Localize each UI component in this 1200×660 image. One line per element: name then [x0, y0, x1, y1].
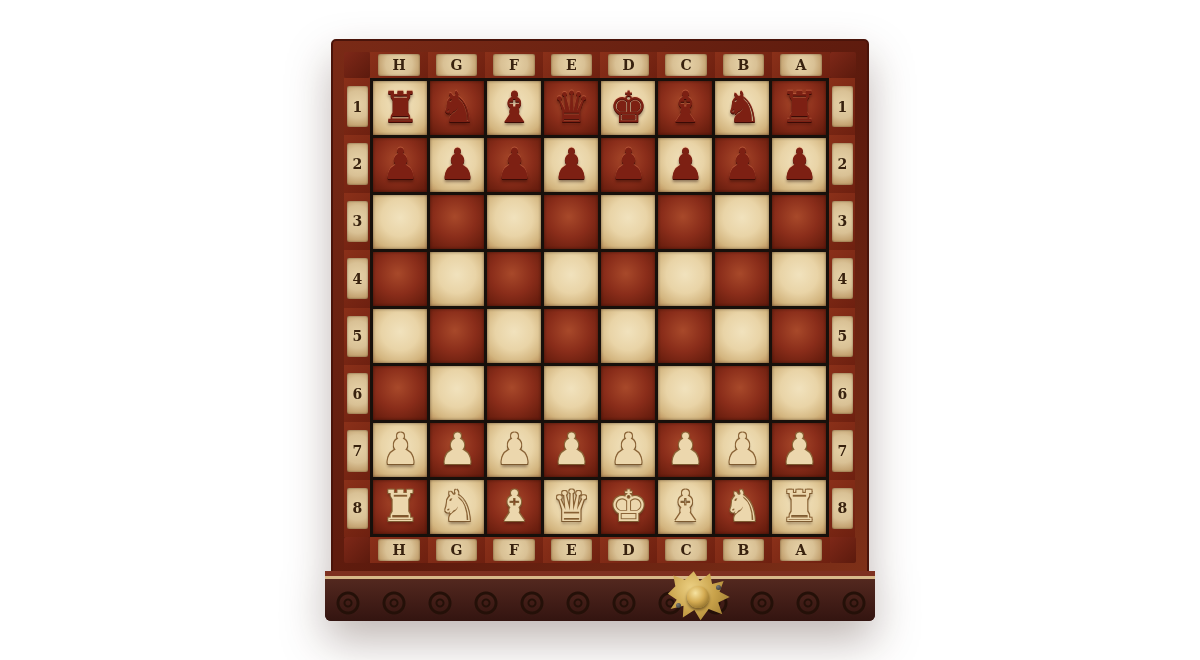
- coord-glyph: 6: [832, 373, 854, 414]
- square-h7[interactable]: ♟: [373, 423, 427, 477]
- square-g4[interactable]: [430, 252, 484, 306]
- coord-glyph: 4: [832, 258, 854, 299]
- coord-glyph: F: [493, 54, 534, 76]
- carved-box-side: [325, 576, 874, 621]
- rank-labels-left: 12345678: [344, 78, 370, 537]
- file-labels-bottom: HGFEDCBA: [344, 537, 855, 563]
- square-b4[interactable]: [715, 252, 769, 306]
- border-corner: [830, 537, 856, 563]
- piece-red-pawn: ♟: [438, 143, 477, 186]
- photo-background: HGFEDCBA 12345678 ♜♞♝♛♚♝♞♜♟♟♟♟♟♟♟♟♟♟♟♟♟♟…: [0, 0, 1200, 660]
- clasp-screw: [676, 603, 681, 608]
- piece-red-pawn: ♟: [609, 143, 648, 186]
- rank-label-2-left: 2: [344, 135, 370, 192]
- square-h1[interactable]: ♜: [373, 81, 427, 135]
- piece-white-knight: ♞: [723, 485, 762, 528]
- coord-glyph: 7: [347, 430, 369, 471]
- border-corner: [344, 537, 370, 563]
- square-f2[interactable]: ♟: [487, 138, 541, 192]
- piece-white-bishop: ♝: [495, 485, 534, 528]
- square-f8[interactable]: ♝: [487, 480, 541, 534]
- square-e7[interactable]: ♟: [544, 423, 598, 477]
- piece-white-pawn: ♟: [495, 428, 534, 471]
- file-label-f-top: F: [485, 52, 542, 78]
- piece-white-pawn: ♟: [552, 428, 591, 471]
- rank-label-6-left: 6: [344, 365, 370, 422]
- file-label-b-top: B: [715, 52, 772, 78]
- file-label-g-top: G: [428, 52, 485, 78]
- coord-glyph: B: [723, 539, 764, 561]
- coord-glyph: 6: [347, 373, 369, 414]
- board-frame: HGFEDCBA 12345678 ♜♞♝♛♚♝♞♜♟♟♟♟♟♟♟♟♟♟♟♟♟♟…: [331, 39, 868, 576]
- square-f3[interactable]: [487, 195, 541, 249]
- square-g3[interactable]: [430, 195, 484, 249]
- coord-glyph: D: [608, 54, 649, 76]
- square-a4[interactable]: [772, 252, 826, 306]
- file-label-f-bottom: F: [485, 537, 542, 563]
- square-c4[interactable]: [658, 252, 712, 306]
- coord-glyph: C: [665, 539, 706, 561]
- rank-label-1-left: 1: [344, 78, 370, 135]
- square-a3[interactable]: [772, 195, 826, 249]
- coord-glyph: A: [780, 54, 821, 76]
- square-b5[interactable]: [715, 309, 769, 363]
- square-b2[interactable]: ♟: [715, 138, 769, 192]
- piece-red-queen: ♛: [552, 86, 591, 129]
- coord-glyph: 1: [347, 86, 369, 127]
- coord-glyph: E: [551, 539, 592, 561]
- rank-label-3-left: 3: [344, 193, 370, 250]
- square-f4[interactable]: [487, 252, 541, 306]
- square-d3[interactable]: [601, 195, 655, 249]
- file-labels-top: HGFEDCBA: [344, 52, 855, 78]
- coord-glyph: A: [780, 539, 821, 561]
- file-label-b-bottom: B: [715, 537, 772, 563]
- file-label-a-top: A: [772, 52, 829, 78]
- square-h5[interactable]: [373, 309, 427, 363]
- file-label-h-bottom: H: [370, 537, 427, 563]
- square-b8[interactable]: ♞: [715, 480, 769, 534]
- piece-white-pawn: ♟: [723, 428, 762, 471]
- piece-white-pawn: ♟: [666, 428, 705, 471]
- coord-glyph: G: [436, 54, 477, 76]
- square-g5[interactable]: [430, 309, 484, 363]
- square-c3[interactable]: [658, 195, 712, 249]
- rank-label-7-right: 7: [829, 422, 855, 479]
- piece-red-pawn: ♟: [552, 143, 591, 186]
- square-h2[interactable]: ♟: [373, 138, 427, 192]
- square-e6[interactable]: [544, 366, 598, 420]
- piece-white-king: ♚: [609, 485, 648, 528]
- square-e3[interactable]: [544, 195, 598, 249]
- square-g2[interactable]: ♟: [430, 138, 484, 192]
- square-e8[interactable]: ♛: [544, 480, 598, 534]
- rank-label-7-left: 7: [344, 422, 370, 479]
- coord-glyph: 5: [832, 316, 854, 357]
- piece-red-pawn: ♟: [495, 143, 534, 186]
- piece-red-rook: ♜: [780, 86, 819, 129]
- square-e5[interactable]: [544, 309, 598, 363]
- file-label-c-top: C: [657, 52, 714, 78]
- square-b1[interactable]: ♞: [715, 81, 769, 135]
- piece-red-king: ♚: [609, 86, 648, 129]
- rank-label-8-right: 8: [829, 480, 855, 537]
- piece-red-pawn: ♟: [723, 143, 762, 186]
- square-d2[interactable]: ♟: [601, 138, 655, 192]
- square-f1[interactable]: ♝: [487, 81, 541, 135]
- coord-glyph: 2: [347, 143, 369, 184]
- square-d1[interactable]: ♚: [601, 81, 655, 135]
- piece-white-bishop: ♝: [666, 485, 705, 528]
- square-a8[interactable]: ♜: [772, 480, 826, 534]
- square-c2[interactable]: ♟: [658, 138, 712, 192]
- square-c1[interactable]: ♝: [658, 81, 712, 135]
- coord-glyph: 8: [347, 488, 369, 529]
- coord-glyph: B: [723, 54, 764, 76]
- square-f6[interactable]: [487, 366, 541, 420]
- coord-glyph: 7: [832, 430, 854, 471]
- rank-label-2-right: 2: [829, 135, 855, 192]
- file-label-g-bottom: G: [428, 537, 485, 563]
- square-g1[interactable]: ♞: [430, 81, 484, 135]
- square-d7[interactable]: ♟: [601, 423, 655, 477]
- square-d5[interactable]: [601, 309, 655, 363]
- square-e1[interactable]: ♛: [544, 81, 598, 135]
- piece-white-queen: ♛: [552, 485, 591, 528]
- square-e2[interactable]: ♟: [544, 138, 598, 192]
- piece-red-bishop: ♝: [666, 86, 705, 129]
- square-f5[interactable]: [487, 309, 541, 363]
- file-label-h-top: H: [370, 52, 427, 78]
- rank-label-5-right: 5: [829, 308, 855, 365]
- border-corner: [830, 52, 856, 78]
- piece-white-rook: ♜: [780, 485, 819, 528]
- clasp-screw: [716, 585, 721, 590]
- file-label-a-bottom: A: [772, 537, 829, 563]
- piece-red-bishop: ♝: [495, 86, 534, 129]
- coord-glyph: 2: [832, 143, 854, 184]
- piece-white-pawn: ♟: [609, 428, 648, 471]
- coord-glyph: 3: [347, 201, 369, 242]
- square-g7[interactable]: ♟: [430, 423, 484, 477]
- square-a1[interactable]: ♜: [772, 81, 826, 135]
- clasp-dome-knob: [687, 586, 709, 608]
- coord-glyph: G: [436, 539, 477, 561]
- piece-red-knight: ♞: [438, 86, 477, 129]
- rank-label-8-left: 8: [344, 480, 370, 537]
- brass-clasp: [664, 569, 732, 623]
- rank-label-5-left: 5: [344, 308, 370, 365]
- square-a2[interactable]: ♟: [772, 138, 826, 192]
- square-a6[interactable]: [772, 366, 826, 420]
- square-e4[interactable]: [544, 252, 598, 306]
- square-h6[interactable]: [373, 366, 427, 420]
- piece-white-rook: ♜: [381, 485, 420, 528]
- file-label-c-bottom: C: [657, 537, 714, 563]
- square-f7[interactable]: ♟: [487, 423, 541, 477]
- piece-red-knight: ♞: [723, 86, 762, 129]
- square-g8[interactable]: ♞: [430, 480, 484, 534]
- rank-label-4-right: 4: [829, 250, 855, 307]
- coord-glyph: F: [493, 539, 534, 561]
- square-b6[interactable]: [715, 366, 769, 420]
- file-label-e-top: E: [543, 52, 600, 78]
- square-d6[interactable]: [601, 366, 655, 420]
- file-label-d-top: D: [600, 52, 657, 78]
- square-h4[interactable]: [373, 252, 427, 306]
- piece-white-knight: ♞: [438, 485, 477, 528]
- coord-glyph: C: [665, 54, 706, 76]
- square-c8[interactable]: ♝: [658, 480, 712, 534]
- square-c6[interactable]: [658, 366, 712, 420]
- piece-white-pawn: ♟: [438, 428, 477, 471]
- coord-glyph: 4: [347, 258, 369, 299]
- coord-glyph: H: [378, 54, 419, 76]
- piece-white-pawn: ♟: [780, 428, 819, 471]
- square-b7[interactable]: ♟: [715, 423, 769, 477]
- rank-label-3-right: 3: [829, 193, 855, 250]
- piece-red-rook: ♜: [381, 86, 420, 129]
- square-d4[interactable]: [601, 252, 655, 306]
- piece-red-pawn: ♟: [666, 143, 705, 186]
- squares-grid: ♜♞♝♛♚♝♞♜♟♟♟♟♟♟♟♟♟♟♟♟♟♟♟♟♜♞♝♛♚♝♞♜: [370, 78, 829, 537]
- piece-red-pawn: ♟: [381, 143, 420, 186]
- file-label-d-bottom: D: [600, 537, 657, 563]
- coord-glyph: H: [378, 539, 419, 561]
- coord-glyph: 8: [832, 488, 854, 529]
- rank-label-6-right: 6: [829, 365, 855, 422]
- coord-glyph: D: [608, 539, 649, 561]
- border-corner: [344, 52, 370, 78]
- coord-glyph: 1: [832, 86, 854, 127]
- coord-glyph: 3: [832, 201, 854, 242]
- square-h3[interactable]: [373, 195, 427, 249]
- square-a7[interactable]: ♟: [772, 423, 826, 477]
- piece-white-pawn: ♟: [381, 428, 420, 471]
- piece-red-pawn: ♟: [780, 143, 819, 186]
- coord-glyph: 5: [347, 316, 369, 357]
- square-h8[interactable]: ♜: [373, 480, 427, 534]
- square-a5[interactable]: [772, 309, 826, 363]
- file-label-e-bottom: E: [543, 537, 600, 563]
- chess-set: HGFEDCBA 12345678 ♜♞♝♛♚♝♞♜♟♟♟♟♟♟♟♟♟♟♟♟♟♟…: [331, 39, 868, 621]
- coord-glyph: E: [551, 54, 592, 76]
- square-b3[interactable]: [715, 195, 769, 249]
- rank-labels-right: 12345678: [829, 78, 855, 537]
- square-g6[interactable]: [430, 366, 484, 420]
- square-c5[interactable]: [658, 309, 712, 363]
- square-c7[interactable]: ♟: [658, 423, 712, 477]
- square-d8[interactable]: ♚: [601, 480, 655, 534]
- rank-label-4-left: 4: [344, 250, 370, 307]
- rank-label-1-right: 1: [829, 78, 855, 135]
